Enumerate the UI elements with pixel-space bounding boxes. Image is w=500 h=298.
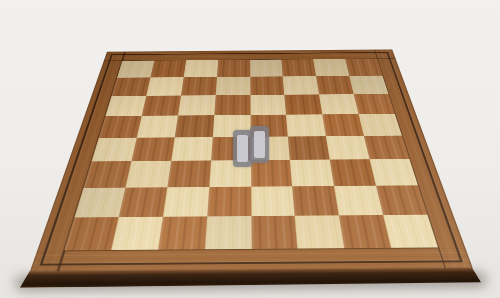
frame-corner-seam-left-horizontal — [104, 60, 123, 61]
square-f5 — [286, 114, 326, 136]
square-b8 — [150, 60, 186, 77]
square-a8 — [117, 61, 154, 78]
square-c3 — [167, 161, 211, 188]
square-b1 — [111, 217, 163, 250]
square-f2 — [292, 186, 339, 216]
square-a3 — [83, 161, 131, 188]
square-c5 — [175, 115, 214, 137]
pause-bar-right — [250, 126, 269, 163]
square-e6 — [250, 95, 286, 115]
square-g8 — [313, 59, 349, 76]
square-c7 — [181, 77, 217, 96]
square-d1 — [204, 216, 251, 249]
square-e2 — [251, 187, 295, 217]
square-h7 — [349, 76, 388, 94]
frame-corner-seam-right-horizontal — [377, 58, 396, 59]
square-a5 — [99, 116, 142, 138]
square-h5 — [359, 114, 402, 136]
square-b4 — [131, 137, 174, 161]
square-g2 — [334, 186, 383, 216]
photo-backdrop — [0, 0, 500, 298]
square-g4 — [326, 136, 370, 160]
square-e7 — [250, 76, 285, 94]
square-c4 — [171, 137, 212, 161]
square-h3 — [370, 159, 418, 186]
square-b5 — [137, 115, 178, 137]
square-b7 — [146, 77, 183, 96]
square-d2 — [207, 187, 251, 217]
frame-rail-bottom — [30, 247, 473, 271]
square-g3 — [330, 159, 376, 186]
square-c6 — [178, 95, 216, 115]
square-d6 — [214, 95, 250, 115]
square-g7 — [316, 76, 354, 94]
square-f6 — [285, 94, 323, 114]
square-h4 — [364, 135, 410, 159]
square-c1 — [158, 217, 207, 250]
square-f3 — [290, 160, 334, 187]
square-a6 — [105, 96, 146, 116]
pause-bar-left-highlight — [237, 135, 248, 162]
square-g5 — [322, 114, 363, 136]
square-f7 — [283, 76, 319, 94]
square-h8 — [345, 59, 382, 76]
square-a2 — [74, 188, 125, 218]
square-b2 — [119, 187, 168, 217]
square-b6 — [142, 95, 181, 115]
pause-bar-right-highlight — [254, 131, 265, 158]
square-e8 — [250, 60, 283, 77]
square-a7 — [112, 77, 151, 96]
square-d8 — [217, 60, 250, 77]
square-g1 — [339, 215, 391, 248]
square-g6 — [319, 94, 358, 114]
square-b3 — [125, 161, 171, 188]
square-a4 — [91, 137, 136, 161]
square-c8 — [183, 60, 217, 77]
square-f4 — [288, 136, 330, 160]
square-a1 — [64, 217, 118, 250]
square-h6 — [354, 94, 395, 114]
pause-overlay-icon[interactable] — [233, 126, 269, 167]
square-c2 — [163, 187, 209, 217]
square-e1 — [251, 216, 298, 249]
square-f8 — [282, 59, 317, 76]
square-d7 — [215, 77, 250, 96]
square-f1 — [295, 215, 345, 248]
